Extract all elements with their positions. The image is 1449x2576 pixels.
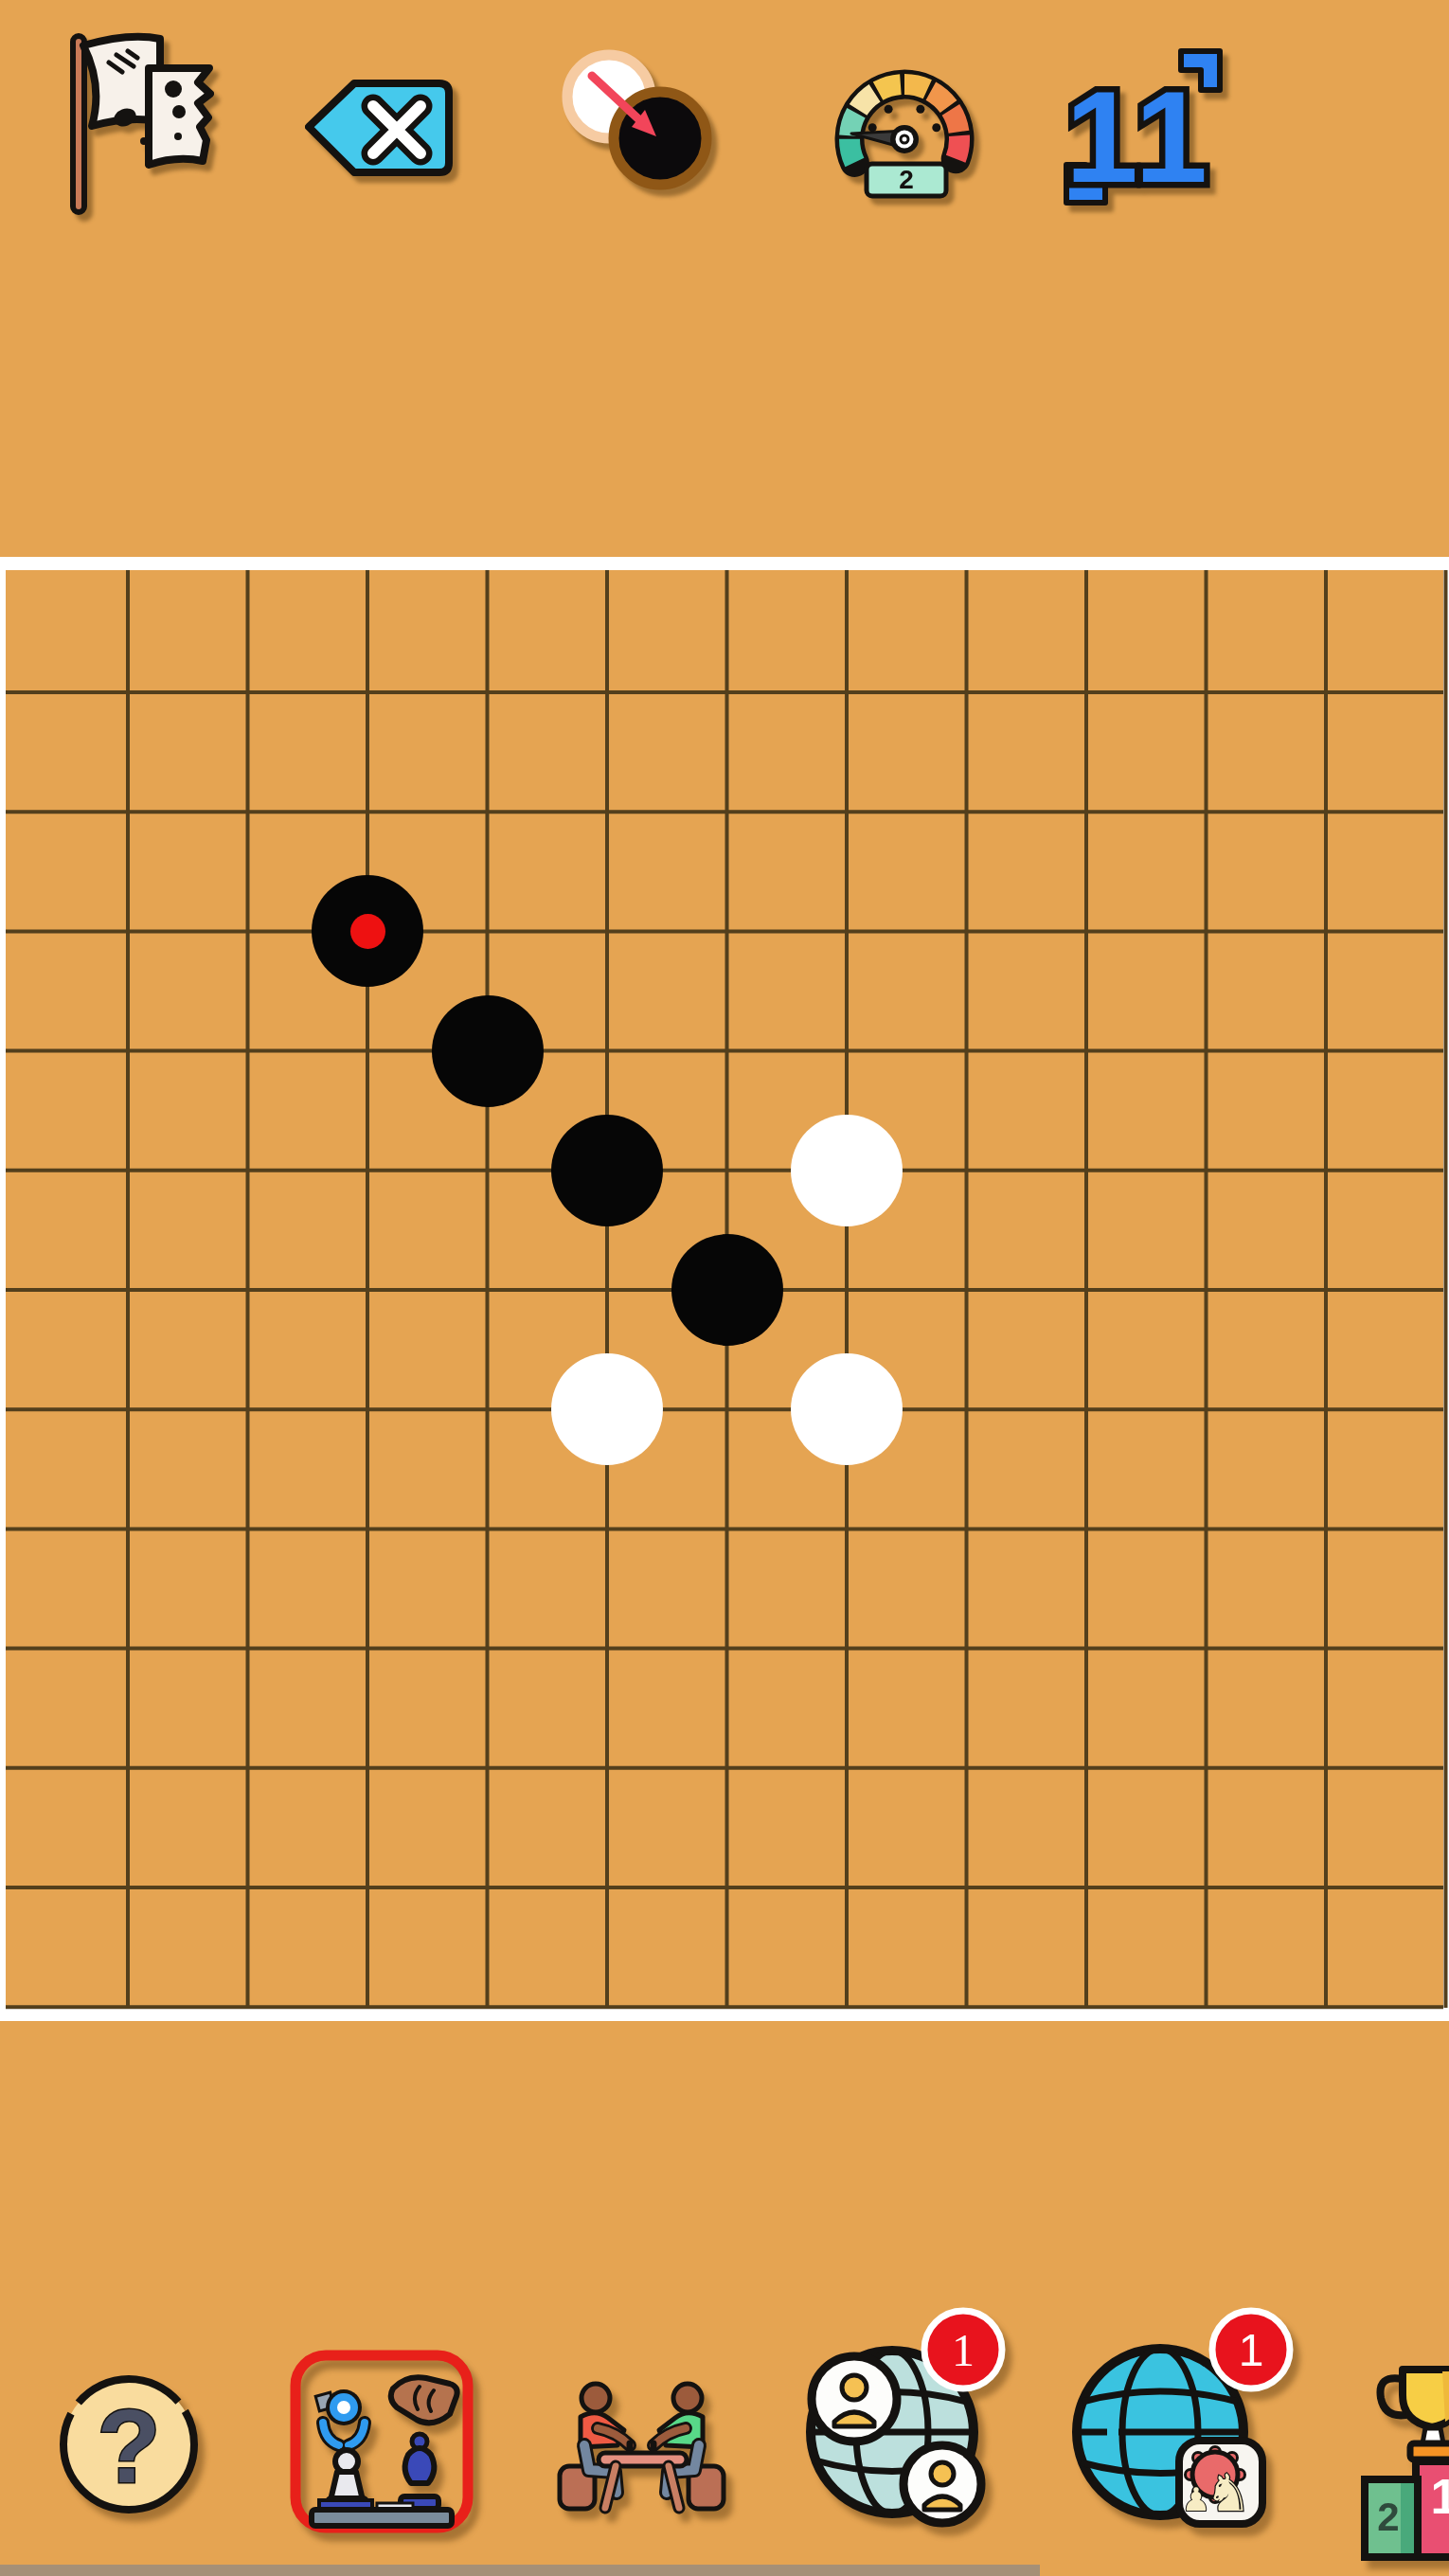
leaderboard-button[interactable]: 1 2: [1361, 2360, 1449, 2516]
help-button[interactable]: ?: [55, 2372, 206, 2519]
game-screen: 2 11 ?: [0, 0, 1449, 2576]
player-badge-top-left: [812, 2356, 897, 2442]
notification-badge: 1: [1212, 2311, 1290, 2388]
knight-glyph-icon: ♞: [1206, 2464, 1251, 2521]
close-button[interactable]: [301, 72, 462, 186]
move-count-value: 11: [1065, 63, 1211, 209]
trophy-cup-icon: [1403, 2370, 1449, 2427]
blue-bishop-icon: [401, 2434, 438, 2509]
chess-engine-badge: ♟ ♞: [1179, 2441, 1262, 2524]
turn-stones-icon: [552, 49, 723, 201]
bottom-system-bar: [0, 2565, 1040, 2576]
globe-people-icon: 1: [800, 2306, 1007, 2526]
move-counter-icon: 11: [1057, 40, 1232, 210]
board-base: [312, 2510, 452, 2526]
trophy-podium-icon: 1 2: [1361, 2360, 1449, 2516]
stone-black: [312, 875, 423, 987]
close-x-icon: [301, 72, 462, 186]
stone-white: [551, 1353, 663, 1465]
stone-white: [791, 1115, 903, 1226]
online-multiplayer-button[interactable]: 1: [800, 2306, 1007, 2526]
stone-white: [791, 1353, 903, 1465]
human-hand-icon: [391, 2377, 457, 2423]
vs-ai-button-selected[interactable]: [289, 2349, 474, 2534]
board-frame-bottom: [0, 2008, 1449, 2021]
white-flag-icon: [52, 27, 218, 221]
resign-button[interactable]: [52, 27, 218, 221]
local-two-player-button[interactable]: [545, 2368, 739, 2519]
player-right: [653, 2384, 703, 2493]
question-mark-icon: ?: [55, 2372, 206, 2519]
stone-black: [551, 1115, 663, 1226]
stone-black: [671, 1234, 783, 1346]
podium-first-label: 1: [1431, 2469, 1449, 2524]
board-frame-top: [0, 557, 1449, 570]
podium-second-label: 2: [1377, 2495, 1399, 2539]
online-ai-button[interactable]: ♟ ♞ 1: [1065, 2306, 1293, 2526]
globe-chess-gear-icon: ♟ ♞ 1: [1065, 2306, 1293, 2526]
question-glyph: ?: [97, 2388, 160, 2504]
gauge-icon: 2: [810, 52, 999, 199]
player-badge-bottom-right: [903, 2445, 981, 2523]
difficulty-value: 2: [899, 165, 914, 194]
turn-indicator: [552, 49, 723, 201]
stone-black: [432, 995, 544, 1107]
player-left: [581, 2384, 630, 2493]
two-players-table-icon: [545, 2368, 739, 2519]
badge-count: 1: [952, 2325, 975, 2375]
difficulty-gauge[interactable]: 2: [810, 52, 999, 199]
hand-vs-robot-icon: [289, 2349, 474, 2534]
notification-badge: 1: [924, 2311, 1002, 2388]
robot-claw-icon: [315, 2389, 365, 2445]
last-move-marker: [350, 914, 385, 949]
move-counter: 11: [1057, 40, 1232, 210]
badge-count: 1: [1239, 2325, 1264, 2375]
